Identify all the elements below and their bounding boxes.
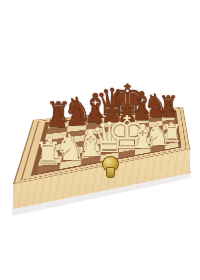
square-g1: [150, 144, 165, 152]
chess-set-product-photo: ♜♞♝♛♚♝♞♜♟♟♟♟♟♟♟♟♟♟♟♟♟♟♟♟♜♞♝♛♚♝♞♜: [0, 0, 200, 280]
square-f1: [135, 147, 151, 155]
square-h1: [165, 142, 179, 149]
square-e1: [118, 149, 135, 158]
brass-latch-icon: [101, 156, 119, 177]
latch-hook: [106, 167, 115, 178]
